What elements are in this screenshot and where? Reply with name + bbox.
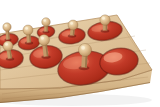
knob-ball xyxy=(23,25,33,35)
knob-ball-highlight xyxy=(41,36,44,39)
knob-ball xyxy=(39,35,50,46)
knob-ball-highlight xyxy=(43,19,46,22)
knob-ball xyxy=(100,15,110,25)
knob-ball-highlight xyxy=(5,43,8,46)
knob-ball xyxy=(3,41,13,51)
cylinder-block-scene xyxy=(0,0,160,107)
knob-ball-highlight xyxy=(25,27,28,30)
knob-ball xyxy=(3,23,11,31)
knob-ball-highlight xyxy=(102,17,105,20)
knob-ball xyxy=(79,44,92,57)
knob-ball xyxy=(68,20,78,30)
knob-ball-highlight xyxy=(70,22,73,25)
knob-ball-highlight xyxy=(4,24,7,27)
knob-ball-highlight xyxy=(81,46,85,50)
photo-stage xyxy=(0,0,160,107)
knob-ball xyxy=(42,18,51,27)
